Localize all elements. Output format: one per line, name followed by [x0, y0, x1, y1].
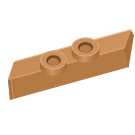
- lego-part-render: [0, 0, 135, 135]
- stud-right: [72, 37, 100, 62]
- product-image: [0, 0, 135, 135]
- stud-left-hole-inner: [48, 58, 59, 65]
- stud-left: [40, 51, 67, 76]
- stud-right-hole-inner: [80, 45, 92, 52]
